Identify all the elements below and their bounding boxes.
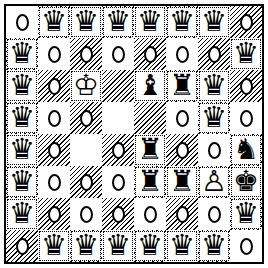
square-g4[interactable]: [198, 134, 230, 166]
black-bishop-icon: ♝: [137, 71, 163, 100]
zero-marker: [48, 206, 61, 223]
square-a3[interactable]: ♛: [6, 166, 38, 198]
square-c3[interactable]: [70, 166, 102, 198]
piece-window: ♛: [199, 7, 229, 37]
black-queen-icon: ♛: [105, 7, 131, 36]
zero-marker: [16, 238, 29, 255]
piece-window: ♛: [7, 167, 37, 197]
zero-marker: [80, 174, 93, 191]
black-queen-icon: ♛: [201, 103, 227, 132]
black-rook-icon: ♜: [137, 135, 163, 164]
square-g6[interactable]: ♛: [198, 70, 230, 102]
black-queen-icon: ♛: [201, 231, 227, 260]
piece-window: ♛: [199, 103, 229, 133]
square-e6[interactable]: ♝: [134, 70, 166, 102]
square-g8[interactable]: ♛: [198, 6, 230, 38]
square-f5[interactable]: [166, 102, 198, 134]
square-e4[interactable]: ♜: [134, 134, 166, 166]
piece-window: ♞: [231, 135, 261, 165]
zero-marker: [144, 46, 157, 63]
zero-marker: [112, 142, 125, 159]
black-queen-icon: ♛: [9, 167, 35, 196]
piece-window: ♛: [231, 199, 261, 229]
piece-window: ♛: [167, 231, 197, 261]
black-queen-icon: ♛: [137, 7, 163, 36]
piece-window: ♛: [135, 7, 165, 37]
piece-window: ♙: [199, 167, 229, 197]
square-d7[interactable]: [102, 38, 134, 70]
square-g3[interactable]: ♙: [198, 166, 230, 198]
square-c8[interactable]: ♛: [70, 6, 102, 38]
piece-window: ♛: [199, 231, 229, 261]
piece-window: ♝: [135, 71, 165, 101]
black-queen-icon: ♛: [73, 231, 99, 260]
zero-marker: [80, 110, 93, 127]
black-queen-icon: ♛: [73, 7, 99, 36]
piece-window: ♛: [7, 71, 37, 101]
square-a7[interactable]: ♛: [6, 38, 38, 70]
piece-window: ♛: [71, 7, 101, 37]
square-c7[interactable]: [70, 38, 102, 70]
black-queen-icon: ♛: [41, 231, 67, 260]
black-king-icon: ♚: [233, 167, 259, 196]
zero-marker: [240, 78, 253, 95]
square-h6[interactable]: [230, 70, 262, 102]
piece-window: ♛: [7, 135, 37, 165]
square-b6[interactable]: [38, 70, 70, 102]
square-b5[interactable]: [38, 102, 70, 134]
zero-marker: [48, 110, 61, 127]
zero-marker: [240, 110, 253, 127]
zero-marker: [48, 46, 61, 63]
square-h1[interactable]: [230, 230, 262, 262]
piece-window: ♛: [167, 7, 197, 37]
square-b8[interactable]: ♛: [38, 6, 70, 38]
piece-window: ♔: [71, 71, 101, 101]
piece-window: ♛: [7, 39, 37, 69]
black-rook-icon: ♜: [169, 71, 195, 100]
black-rook-icon: ♜: [137, 167, 163, 196]
square-d3[interactable]: [102, 166, 134, 198]
square-h3[interactable]: ♚: [230, 166, 262, 198]
square-d4[interactable]: [102, 134, 134, 166]
square-e3[interactable]: ♜: [134, 166, 166, 198]
zero-marker: [176, 206, 189, 223]
square-d6[interactable]: [102, 70, 134, 102]
black-queen-icon: ♛: [9, 199, 35, 228]
square-b2[interactable]: [38, 198, 70, 230]
zero-marker: [48, 142, 61, 159]
piece-window: ♛: [103, 231, 133, 261]
black-queen-icon: ♛: [201, 7, 227, 36]
square-h8[interactable]: [230, 6, 262, 38]
square-d8[interactable]: ♛: [102, 6, 134, 38]
zero-marker: [176, 142, 189, 159]
square-f3[interactable]: ♜: [166, 166, 198, 198]
black-queen-icon: ♛: [9, 71, 35, 100]
white-pawn-icon: ♙: [201, 167, 227, 196]
square-g2[interactable]: [198, 198, 230, 230]
square-e8[interactable]: ♛: [134, 6, 166, 38]
black-queen-icon: ♛: [9, 39, 35, 68]
piece-window: ♜: [135, 167, 165, 197]
black-queen-icon: ♛: [105, 231, 131, 260]
square-c1[interactable]: ♛: [70, 230, 102, 262]
square-c4[interactable]: [70, 134, 102, 166]
square-a1[interactable]: [6, 230, 38, 262]
square-b1[interactable]: ♛: [38, 230, 70, 262]
zero-marker: [240, 238, 253, 255]
black-queen-icon: ♛: [41, 7, 67, 36]
zero-marker: [144, 206, 157, 223]
square-f1[interactable]: ♛: [166, 230, 198, 262]
square-h5[interactable]: [230, 102, 262, 134]
zero-marker: [48, 78, 61, 95]
square-d5[interactable]: [102, 102, 134, 134]
square-f7[interactable]: [166, 38, 198, 70]
black-queen-icon: ♛: [169, 7, 195, 36]
square-e2[interactable]: [134, 198, 166, 230]
square-d2[interactable]: [102, 198, 134, 230]
square-f8[interactable]: ♛: [166, 6, 198, 38]
black-queen-icon: ♛: [201, 71, 227, 100]
zero-marker: [112, 206, 125, 223]
zero-marker: [176, 110, 189, 127]
black-queen-icon: ♛: [233, 39, 259, 68]
square-e5[interactable]: [134, 102, 166, 134]
square-c6[interactable]: ♔: [70, 70, 102, 102]
zero-marker: [80, 206, 93, 223]
square-a4[interactable]: ♛: [6, 134, 38, 166]
zero-marker: [208, 46, 221, 63]
square-h4[interactable]: ♞: [230, 134, 262, 166]
black-queen-icon: ♛: [9, 103, 35, 132]
square-b7[interactable]: [38, 38, 70, 70]
square-g7[interactable]: [198, 38, 230, 70]
square-c5[interactable]: [70, 102, 102, 134]
square-a5[interactable]: ♛: [6, 102, 38, 134]
piece-window: ♛: [231, 39, 261, 69]
black-queen-icon: ♛: [169, 231, 195, 260]
square-b3[interactable]: [38, 166, 70, 198]
piece-window: ♛: [39, 7, 69, 37]
zero-marker: [112, 174, 125, 191]
piece-window: ♛: [103, 7, 133, 37]
piece-window: ♚: [231, 167, 261, 197]
piece-window: ♜: [167, 167, 197, 197]
zero-marker: [80, 46, 93, 63]
black-queen-icon: ♛: [9, 135, 35, 164]
piece-window: ♛: [199, 71, 229, 101]
zero-marker: [208, 206, 221, 223]
square-h2[interactable]: ♛: [230, 198, 262, 230]
piece-window: ♛: [135, 231, 165, 261]
square-a8[interactable]: [6, 6, 38, 38]
piece-window: ♛: [71, 231, 101, 261]
chess-board: ♛♛♛♛♛♛♛♛♛♔♝♜♛♛♛♛♜♞♛♜♜♙♚♛♛♛♛♛♛♛♛: [4, 4, 264, 264]
square-g5[interactable]: ♛: [198, 102, 230, 134]
piece-window: ♜: [135, 135, 165, 165]
piece-window: ♛: [7, 199, 37, 229]
black-rook-icon: ♜: [169, 167, 195, 196]
black-queen-icon: ♛: [233, 199, 259, 228]
square-a6[interactable]: ♛: [6, 70, 38, 102]
square-f4[interactable]: [166, 134, 198, 166]
square-g1[interactable]: ♛: [198, 230, 230, 262]
black-knight-icon: ♞: [233, 135, 259, 164]
zero-marker: [16, 14, 29, 31]
square-h7[interactable]: ♛: [230, 38, 262, 70]
square-b4[interactable]: [38, 134, 70, 166]
piece-window: ♜: [167, 71, 197, 101]
black-queen-icon: ♛: [137, 231, 163, 260]
square-f6[interactable]: ♜: [166, 70, 198, 102]
zero-marker: [176, 46, 189, 63]
square-c2[interactable]: [70, 198, 102, 230]
square-a2[interactable]: ♛: [6, 198, 38, 230]
piece-window: ♛: [39, 231, 69, 261]
chess-diagram: ♛♛♛♛♛♛♛♛♛♔♝♜♛♛♛♛♜♞♛♜♜♙♚♛♛♛♛♛♛♛♛: [0, 0, 268, 268]
piece-window: ♛: [7, 103, 37, 133]
zero-marker: [208, 142, 221, 159]
white-king-icon: ♔: [73, 71, 99, 100]
square-f2[interactable]: [166, 198, 198, 230]
zero-marker: [112, 46, 125, 63]
square-e7[interactable]: [134, 38, 166, 70]
zero-marker: [48, 174, 61, 191]
zero-marker: [240, 14, 253, 31]
square-d1[interactable]: ♛: [102, 230, 134, 262]
square-e1[interactable]: ♛: [134, 230, 166, 262]
